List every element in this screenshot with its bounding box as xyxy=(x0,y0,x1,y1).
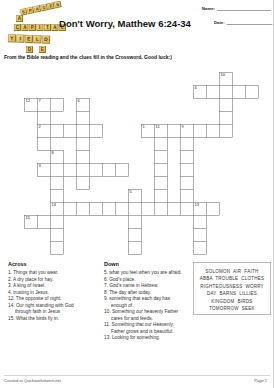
grid-cell-r5c1[interactable] xyxy=(37,137,51,151)
word-bank-line-1: SOLOMON AIR FAITH xyxy=(194,268,271,276)
logo-word-a: A xyxy=(16,15,23,22)
clue-number-7: 7 xyxy=(39,99,41,103)
grid-cell-r7c1[interactable]: 3 xyxy=(37,163,51,177)
clue-number-11: 11 xyxy=(156,125,160,129)
grid-cell-r10c11[interactable] xyxy=(167,202,181,216)
grid-cell-r13c2[interactable] xyxy=(50,241,64,255)
logo-tile-letter: E xyxy=(39,46,46,53)
grid-cell-r1c13[interactable]: 4 xyxy=(193,85,207,99)
worksheet-page: SPACESACAPITALYIELDDE Don't Worry, Matth… xyxy=(0,0,274,388)
logo-word-d: D xyxy=(26,46,33,53)
grid-cell-r4c4[interactable] xyxy=(76,124,90,138)
date-field: Date: xyxy=(214,20,273,25)
grid-cell-r0c15[interactable]: 10 xyxy=(219,72,233,86)
clue-down-10: 10. Something our heavenly Fathercares f… xyxy=(104,308,193,321)
grid-cell-r5c12[interactable] xyxy=(180,137,194,151)
grid-cell-r2c15[interactable] xyxy=(219,98,233,112)
grid-cell-r2c0[interactable]: 12 xyxy=(24,98,38,112)
clue-across-14: 14. Our right standing with Godthrough f… xyxy=(8,302,103,315)
across-heading: Across xyxy=(8,261,103,267)
clue-number-12: 12 xyxy=(26,99,30,103)
grid-cell-r4c2[interactable] xyxy=(50,124,64,138)
word-bank-line-4: DAY BARNS LILLIES xyxy=(194,290,271,298)
grid-cell-r10c2[interactable]: 14 xyxy=(50,202,64,216)
grid-cell-r8c10[interactable] xyxy=(154,176,168,190)
grid-cell-r11c13[interactable] xyxy=(193,215,207,229)
clue-down-13: 13. Looking for something. xyxy=(104,334,193,341)
grid-cell-r6c12[interactable] xyxy=(180,150,194,164)
grid-cell-r9c8[interactable]: 5 xyxy=(128,189,142,203)
grid-cell-r10c13[interactable]: 13 xyxy=(193,202,207,216)
grid-cell-r10c9[interactable] xyxy=(141,202,155,216)
grid-cell-r6c10[interactable] xyxy=(154,150,168,164)
grid-cell-r1c16[interactable] xyxy=(232,85,246,99)
grid-cell-r7c3[interactable] xyxy=(63,163,77,177)
grid-cell-r1c17[interactable] xyxy=(245,85,259,99)
grid-cell-r6c2[interactable]: 8 xyxy=(50,150,64,164)
grid-cell-r8c4[interactable] xyxy=(76,176,90,190)
grid-cell-r10c14[interactable] xyxy=(206,202,220,216)
logo-tile-letter: L xyxy=(33,35,41,43)
logo-tile-letter: A xyxy=(22,24,29,31)
grid-cell-r1c15[interactable] xyxy=(219,85,233,99)
logo-tile-letter: Y xyxy=(8,34,16,42)
logo-tile-letter: I xyxy=(16,35,24,43)
grid-cell-r12c2[interactable] xyxy=(50,228,64,242)
grid-cell-r11c1[interactable] xyxy=(37,215,51,229)
instruction-text: From the Bible reading and the clues fil… xyxy=(4,54,172,60)
grid-cell-r10c7[interactable] xyxy=(115,202,129,216)
grid-cell-r7c4[interactable] xyxy=(76,163,90,177)
grid-cell-r11c0[interactable]: 15 xyxy=(24,215,38,229)
grid-cell-r6c4[interactable] xyxy=(76,150,90,164)
clue-number-5: 5 xyxy=(130,190,132,194)
clue-number-3: 3 xyxy=(39,164,41,168)
clue-number-9: 9 xyxy=(182,125,184,129)
word-bank-line-2: ABBA TROUBLE CLOTHES xyxy=(194,275,271,283)
grid-cell-r5c10[interactable] xyxy=(154,137,168,151)
grid-cell-r5c4[interactable] xyxy=(76,137,90,151)
grid-cell-r3c1[interactable] xyxy=(37,111,51,125)
logo-tile-letter: A xyxy=(16,15,23,22)
down-clue-list: 5. what you feel when you are afraid.6. … xyxy=(104,269,193,341)
grid-cell-r7c10[interactable] xyxy=(154,163,168,177)
clue-number-10: 10 xyxy=(221,73,225,77)
clue-number-1: 1 xyxy=(143,125,145,129)
clue-across-15: 15. What the birds fly in. xyxy=(8,315,103,322)
clue-down-11: 11. Something that our HeavenlyFather gr… xyxy=(104,321,193,334)
word-bank-line-6: TOMORROW SEEK xyxy=(194,305,271,313)
grid-cell-r10c4[interactable] xyxy=(76,202,90,216)
grid-cell-r4c11[interactable] xyxy=(167,124,181,138)
logo-tile-letter: C xyxy=(14,24,21,31)
grid-cell-r9c2[interactable] xyxy=(50,189,64,203)
word-bank-box: SOLOMON AIR FAITHABBA TROUBLE CLOTHESRIG… xyxy=(193,262,271,315)
grid-cell-r10c12[interactable] xyxy=(180,202,194,216)
logo-word-spaces: SPACES xyxy=(20,1,62,16)
logo-tile-letter: D xyxy=(26,46,33,53)
logo-tile-letter: S xyxy=(54,1,62,9)
grid-cell-r7c6[interactable] xyxy=(102,163,116,177)
grid-cell-r10c6[interactable] xyxy=(102,202,116,216)
grid-cell-r8c12[interactable] xyxy=(180,176,194,190)
down-clues-section: Down 5. what you feel when you are afrai… xyxy=(104,261,193,341)
word-bank-line-3: RIGHTEOUSNESS WORRY xyxy=(194,283,271,291)
grid-cell-r2c1[interactable]: 7 xyxy=(37,98,51,112)
logo-tile-letter: P xyxy=(29,24,36,31)
date-label: Date: xyxy=(214,20,225,25)
down-heading: Down xyxy=(104,261,193,267)
clue-number-8: 8 xyxy=(52,151,54,155)
name-label: Name: xyxy=(202,6,215,11)
grid-cell-r9c12[interactable] xyxy=(180,189,194,203)
clue-number-6: 6 xyxy=(78,99,80,103)
footer-credit: Created at Quickworksheets.net xyxy=(4,378,61,383)
grid-cell-r11c8[interactable] xyxy=(128,215,142,229)
grid-cell-r10c5[interactable] xyxy=(89,202,103,216)
grid-cell-r7c5[interactable] xyxy=(89,163,103,177)
clue-down-13-line1: 13. Looking for something. xyxy=(104,334,193,341)
grid-cell-r4c14[interactable] xyxy=(206,124,220,138)
grid-cell-r4c9[interactable]: 1 xyxy=(141,124,155,138)
logo-tile-letter: E xyxy=(25,35,33,43)
grid-cell-r2c2[interactable] xyxy=(50,98,64,112)
grid-cell-r3c4[interactable] xyxy=(76,111,90,125)
clue-number-2: 2 xyxy=(39,125,41,129)
page-number: Page 1 xyxy=(254,378,267,383)
across-clues-section: Across 1. Things that you wear.2. A dry … xyxy=(8,261,103,321)
clue-number-15: 15 xyxy=(26,216,30,220)
grid-cell-r4c3[interactable] xyxy=(63,124,77,138)
logo-tile-letter: D xyxy=(42,35,50,43)
grid-cell-r8c2[interactable] xyxy=(50,176,64,190)
grid-cell-r2c4[interactable]: 6 xyxy=(76,98,90,112)
grid-cell-r11c2[interactable] xyxy=(50,215,64,229)
grid-cell-r4c1[interactable]: 2 xyxy=(37,124,51,138)
grid-cell-r13c13[interactable] xyxy=(193,241,207,255)
grid-cell-r12c8[interactable] xyxy=(128,228,142,242)
clue-down-9: 9. something that each day hasenough of. xyxy=(104,295,193,308)
across-clue-list: 1. Things that you wear.2. A dry place f… xyxy=(8,269,103,321)
grid-cell-r1c14[interactable] xyxy=(206,85,220,99)
grid-cell-r4c15[interactable] xyxy=(219,124,233,138)
grid-cell-r7c7[interactable] xyxy=(115,163,129,177)
clue-number-14: 14 xyxy=(52,203,56,207)
date-blank-line[interactable] xyxy=(227,20,273,25)
page-title: Don't Worry, Matthew 6:24-34 xyxy=(50,18,200,29)
grid-cell-r3c15[interactable] xyxy=(219,111,233,125)
name-blank-line[interactable] xyxy=(217,6,271,11)
name-field: Name: xyxy=(202,6,271,11)
footer-divider xyxy=(4,375,270,376)
grid-cell-r13c8[interactable] xyxy=(128,241,142,255)
grid-cell-r10c3[interactable] xyxy=(63,202,77,216)
grid-cell-r4c5[interactable] xyxy=(89,124,103,138)
grid-cell-r4c10[interactable]: 11 xyxy=(154,124,168,138)
grid-cell-r10c8[interactable] xyxy=(128,202,142,216)
grid-cell-r10c10[interactable] xyxy=(154,202,168,216)
word-bank-line-5: KINGDOM BIRDS xyxy=(194,298,271,306)
grid-cell-r4c13[interactable] xyxy=(193,124,207,138)
grid-cell-r12c13[interactable] xyxy=(193,228,207,242)
logo-tile-letter: I xyxy=(37,24,44,31)
grid-cell-r7c12[interactable] xyxy=(180,163,194,177)
logo-word-e: E xyxy=(39,46,46,53)
grid-cell-r4c12[interactable]: 9 xyxy=(180,124,194,138)
clue-number-13: 13 xyxy=(195,203,199,207)
clue-number-4: 4 xyxy=(195,86,197,90)
grid-cell-r9c10[interactable] xyxy=(154,189,168,203)
grid-cell-r7c2[interactable] xyxy=(50,163,64,177)
clue-across-15-line1: 15. What the birds fly in. xyxy=(8,315,103,322)
crossword-grid: 104127621119835141315 xyxy=(24,72,259,255)
logo-word-yield: YIELD xyxy=(8,34,50,43)
